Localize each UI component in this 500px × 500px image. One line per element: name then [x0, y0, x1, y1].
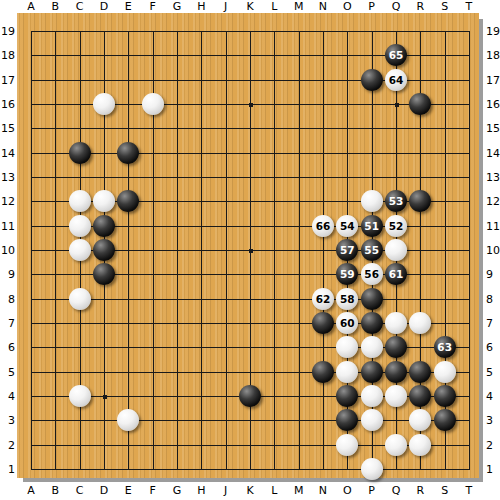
white-stone[interactable] — [69, 385, 91, 407]
move-number: 63 — [434, 336, 456, 358]
move-number: 52 — [385, 215, 407, 237]
white-stone[interactable] — [434, 361, 456, 383]
column-label: H — [191, 0, 211, 13]
white-stone[interactable] — [409, 409, 431, 431]
black-stone[interactable] — [434, 409, 456, 431]
move-number: 66 — [312, 215, 334, 237]
row-label: 7 — [486, 317, 500, 330]
black-stone[interactable]: 53 — [385, 190, 407, 212]
column-label: G — [167, 484, 187, 497]
row-label: 10 — [486, 244, 500, 257]
column-label: F — [143, 0, 163, 13]
row-label: 9 — [0, 268, 15, 281]
row-label: 10 — [0, 244, 15, 257]
column-label: G — [167, 0, 187, 13]
column-label: M — [289, 484, 309, 497]
row-label: 16 — [0, 98, 15, 111]
star-point — [249, 249, 253, 253]
row-label: 15 — [486, 122, 500, 135]
white-stone[interactable] — [385, 385, 407, 407]
row-label: 2 — [486, 439, 500, 452]
column-label: A — [21, 484, 41, 497]
black-stone[interactable]: 59 — [336, 263, 358, 285]
black-stone[interactable] — [409, 361, 431, 383]
column-label: E — [118, 0, 138, 13]
white-stone[interactable] — [336, 434, 358, 456]
grid-line — [323, 31, 324, 470]
row-label: 14 — [486, 147, 500, 160]
move-number: 62 — [312, 288, 334, 310]
column-label: J — [216, 484, 236, 497]
row-label: 6 — [486, 341, 500, 354]
black-stone[interactable] — [69, 142, 91, 164]
black-stone[interactable] — [385, 336, 407, 358]
black-stone[interactable] — [361, 69, 383, 91]
black-stone[interactable] — [385, 361, 407, 383]
column-label: O — [337, 484, 357, 497]
grid-line — [299, 31, 300, 470]
grid-line — [31, 469, 470, 470]
white-stone[interactable] — [361, 409, 383, 431]
white-stone[interactable] — [93, 93, 115, 115]
star-point — [249, 103, 253, 107]
column-label: R — [410, 484, 430, 497]
column-label: O — [337, 0, 357, 13]
move-number: 64 — [385, 69, 407, 91]
move-number: 55 — [361, 239, 383, 261]
row-label: 16 — [486, 98, 500, 111]
black-stone[interactable] — [239, 385, 261, 407]
black-stone[interactable] — [336, 385, 358, 407]
column-label: Q — [386, 484, 406, 497]
move-number: 56 — [361, 263, 383, 285]
white-stone[interactable] — [385, 239, 407, 261]
black-stone[interactable]: 65 — [385, 44, 407, 66]
white-stone[interactable] — [69, 190, 91, 212]
column-label: L — [264, 0, 284, 13]
row-label: 1 — [0, 463, 15, 476]
row-label: 2 — [0, 439, 15, 452]
row-label: 11 — [486, 220, 500, 233]
row-label: 5 — [486, 366, 500, 379]
star-point — [395, 103, 399, 107]
row-label: 4 — [486, 390, 500, 403]
white-stone[interactable] — [409, 434, 431, 456]
go-board-app: ABCDEFGHJKLMNOPQRST ABCDEFGHJKLMNOPQRST … — [0, 0, 500, 500]
white-stone[interactable]: 62 — [312, 288, 334, 310]
column-label: K — [240, 484, 260, 497]
white-stone[interactable]: 52 — [385, 215, 407, 237]
black-stone[interactable] — [117, 142, 139, 164]
move-number: 53 — [385, 190, 407, 212]
white-stone[interactable] — [142, 93, 164, 115]
black-stone[interactable]: 57 — [336, 239, 358, 261]
grid-line — [31, 299, 470, 300]
column-label: E — [118, 484, 138, 497]
black-stone[interactable] — [409, 385, 431, 407]
column-label: F — [143, 484, 163, 497]
move-number: 65 — [385, 44, 407, 66]
column-label: R — [410, 0, 430, 13]
white-stone[interactable]: 58 — [336, 288, 358, 310]
row-label: 5 — [0, 366, 15, 379]
column-label: S — [435, 0, 455, 13]
white-stone[interactable]: 60 — [336, 312, 358, 334]
column-label: D — [94, 0, 114, 13]
row-label: 13 — [0, 171, 15, 184]
white-stone[interactable] — [361, 458, 383, 480]
white-stone[interactable] — [361, 336, 383, 358]
black-stone[interactable] — [336, 409, 358, 431]
row-label: 8 — [0, 293, 15, 306]
black-stone[interactable] — [409, 190, 431, 212]
move-number: 54 — [336, 215, 358, 237]
row-label: 3 — [0, 414, 15, 427]
row-label: 18 — [486, 49, 500, 62]
column-label: T — [459, 484, 479, 497]
column-label: H — [191, 484, 211, 497]
white-stone[interactable] — [69, 288, 91, 310]
black-stone[interactable] — [409, 93, 431, 115]
row-label: 3 — [486, 414, 500, 427]
row-label: 9 — [486, 268, 500, 281]
row-label: 11 — [0, 220, 15, 233]
white-stone[interactable] — [336, 361, 358, 383]
white-stone[interactable] — [385, 434, 407, 456]
black-stone[interactable] — [93, 215, 115, 237]
white-stone[interactable] — [385, 312, 407, 334]
column-label: P — [362, 484, 382, 497]
column-label: D — [94, 484, 114, 497]
star-point — [103, 395, 107, 399]
row-label: 15 — [0, 122, 15, 135]
move-number: 61 — [385, 263, 407, 285]
white-stone[interactable] — [69, 239, 91, 261]
white-stone[interactable] — [361, 385, 383, 407]
white-stone[interactable]: 66 — [312, 215, 334, 237]
grid-line — [31, 420, 470, 421]
row-label: 1 — [486, 463, 500, 476]
move-number: 51 — [361, 215, 383, 237]
white-stone[interactable]: 56 — [361, 263, 383, 285]
black-stone[interactable] — [312, 361, 334, 383]
row-label: 8 — [486, 293, 500, 306]
black-stone[interactable] — [312, 312, 334, 334]
black-stone[interactable]: 55 — [361, 239, 383, 261]
column-label: P — [362, 0, 382, 13]
row-label: 19 — [486, 25, 500, 38]
white-stone[interactable]: 54 — [336, 215, 358, 237]
column-label: S — [435, 484, 455, 497]
black-stone[interactable]: 61 — [385, 263, 407, 285]
black-stone[interactable] — [361, 361, 383, 383]
black-stone[interactable] — [93, 263, 115, 285]
black-stone[interactable] — [361, 288, 383, 310]
row-label: 7 — [0, 317, 15, 330]
move-number: 58 — [336, 288, 358, 310]
black-stone[interactable] — [93, 239, 115, 261]
white-stone[interactable] — [69, 215, 91, 237]
move-number: 60 — [336, 312, 358, 334]
column-label: T — [459, 0, 479, 13]
black-stone[interactable]: 63 — [434, 336, 456, 358]
column-label: N — [313, 0, 333, 13]
row-label: 14 — [0, 147, 15, 160]
column-label: C — [70, 484, 90, 497]
column-label: J — [216, 0, 236, 13]
column-label: B — [45, 484, 65, 497]
row-label: 17 — [0, 74, 15, 87]
row-label: 4 — [0, 390, 15, 403]
move-number: 59 — [336, 263, 358, 285]
row-label: 6 — [0, 341, 15, 354]
goban[interactable]: 65645366545152575559566162586063 — [17, 13, 479, 478]
column-label: C — [70, 0, 90, 13]
row-label: 12 — [0, 195, 15, 208]
white-stone[interactable] — [93, 190, 115, 212]
white-stone[interactable] — [117, 409, 139, 431]
row-label: 19 — [0, 25, 15, 38]
black-stone[interactable] — [434, 385, 456, 407]
grid-line — [274, 31, 275, 470]
column-label: B — [45, 0, 65, 13]
column-label: Q — [386, 0, 406, 13]
white-stone[interactable] — [409, 312, 431, 334]
black-stone[interactable] — [361, 312, 383, 334]
column-label: L — [264, 484, 284, 497]
grid-line — [469, 31, 470, 470]
white-stone[interactable]: 64 — [385, 69, 407, 91]
column-label: M — [289, 0, 309, 13]
row-label: 18 — [0, 49, 15, 62]
move-number: 57 — [336, 239, 358, 261]
column-label: A — [21, 0, 41, 13]
row-label: 12 — [486, 195, 500, 208]
black-stone[interactable]: 51 — [361, 215, 383, 237]
row-label: 17 — [486, 74, 500, 87]
white-stone[interactable] — [361, 190, 383, 212]
black-stone[interactable] — [117, 190, 139, 212]
column-label: N — [313, 484, 333, 497]
white-stone[interactable] — [336, 336, 358, 358]
row-label: 13 — [486, 171, 500, 184]
column-label: K — [240, 0, 260, 13]
